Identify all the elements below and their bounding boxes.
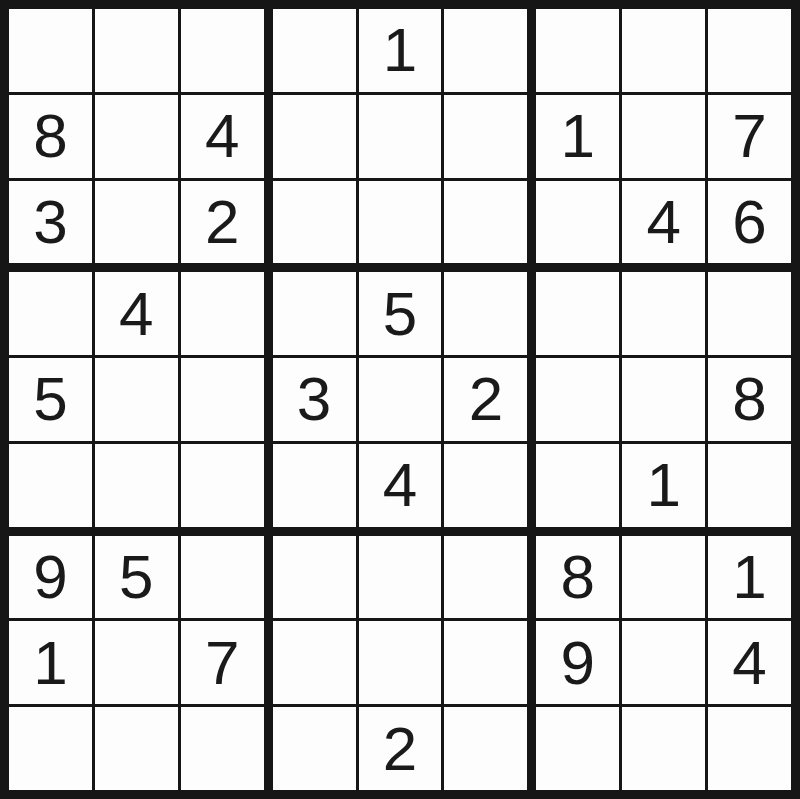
cell-r9c5[interactable]: 2 <box>359 707 442 790</box>
cell-r3c5[interactable] <box>359 181 442 264</box>
cell-r8c8[interactable] <box>622 621 705 704</box>
box-5: 5 3 2 4 <box>273 272 528 526</box>
cell-r4c2[interactable]: 4 <box>95 272 178 355</box>
cell-r3c6[interactable] <box>444 181 527 264</box>
cell-r6c8[interactable]: 1 <box>622 444 705 527</box>
cell-r7c5[interactable] <box>359 536 442 619</box>
cell-r7c7[interactable]: 8 <box>536 536 619 619</box>
cell-r2c9[interactable]: 7 <box>708 95 791 178</box>
cell-r5c5[interactable] <box>359 358 442 441</box>
cell-r5c4[interactable]: 3 <box>273 358 356 441</box>
cell-r7c8[interactable] <box>622 536 705 619</box>
cell-r2c8[interactable] <box>622 95 705 178</box>
sudoku-board: 8 4 3 2 1 1 7 4 6 4 5 <box>0 0 800 799</box>
cell-r2c4[interactable] <box>273 95 356 178</box>
cell-r3c1[interactable]: 3 <box>9 181 92 264</box>
cell-r4c6[interactable] <box>444 272 527 355</box>
cell-r5c1[interactable]: 5 <box>9 358 92 441</box>
cell-r4c3[interactable] <box>181 272 264 355</box>
cell-r7c1[interactable]: 9 <box>9 536 92 619</box>
cell-r6c9[interactable] <box>708 444 791 527</box>
cell-r8c7[interactable]: 9 <box>536 621 619 704</box>
cell-r6c4[interactable] <box>273 444 356 527</box>
cell-r5c8[interactable] <box>622 358 705 441</box>
cell-r5c3[interactable] <box>181 358 264 441</box>
cell-r7c2[interactable]: 5 <box>95 536 178 619</box>
cell-r3c9[interactable]: 6 <box>708 181 791 264</box>
cell-r2c5[interactable] <box>359 95 442 178</box>
cell-r5c6[interactable]: 2 <box>444 358 527 441</box>
cell-r2c2[interactable] <box>95 95 178 178</box>
cell-r3c2[interactable] <box>95 181 178 264</box>
cell-r1c9[interactable] <box>708 9 791 92</box>
cell-r1c5[interactable]: 1 <box>359 9 442 92</box>
cell-r1c6[interactable] <box>444 9 527 92</box>
cell-r9c7[interactable] <box>536 707 619 790</box>
box-6: 8 1 <box>536 272 791 526</box>
cell-r1c4[interactable] <box>273 9 356 92</box>
cell-r3c7[interactable] <box>536 181 619 264</box>
cell-r6c5[interactable]: 4 <box>359 444 442 527</box>
box-3: 1 7 4 6 <box>536 9 791 263</box>
cell-r8c5[interactable] <box>359 621 442 704</box>
cell-r9c8[interactable] <box>622 707 705 790</box>
cell-r7c9[interactable]: 1 <box>708 536 791 619</box>
cell-r9c1[interactable] <box>9 707 92 790</box>
cell-r1c1[interactable] <box>9 9 92 92</box>
cell-r3c3[interactable]: 2 <box>181 181 264 264</box>
cell-r6c7[interactable] <box>536 444 619 527</box>
cell-r6c6[interactable] <box>444 444 527 527</box>
cell-r4c4[interactable] <box>273 272 356 355</box>
cell-r4c9[interactable] <box>708 272 791 355</box>
cell-r7c3[interactable] <box>181 536 264 619</box>
cell-r5c9[interactable]: 8 <box>708 358 791 441</box>
cell-r8c4[interactable] <box>273 621 356 704</box>
cell-r2c7[interactable]: 1 <box>536 95 619 178</box>
cell-r4c7[interactable] <box>536 272 619 355</box>
cell-r6c1[interactable] <box>9 444 92 527</box>
cell-r6c2[interactable] <box>95 444 178 527</box>
cell-r4c1[interactable] <box>9 272 92 355</box>
cell-r3c8[interactable]: 4 <box>622 181 705 264</box>
cell-r2c1[interactable]: 8 <box>9 95 92 178</box>
box-2: 1 <box>273 9 528 263</box>
cell-r9c6[interactable] <box>444 707 527 790</box>
cell-r6c3[interactable] <box>181 444 264 527</box>
box-7: 9 5 1 7 <box>9 536 264 790</box>
cell-r9c4[interactable] <box>273 707 356 790</box>
cell-r5c7[interactable] <box>536 358 619 441</box>
cell-r8c9[interactable]: 4 <box>708 621 791 704</box>
cell-r3c4[interactable] <box>273 181 356 264</box>
cell-r4c8[interactable] <box>622 272 705 355</box>
cell-r7c4[interactable] <box>273 536 356 619</box>
cell-r1c7[interactable] <box>536 9 619 92</box>
cell-r9c2[interactable] <box>95 707 178 790</box>
cell-r8c1[interactable]: 1 <box>9 621 92 704</box>
cell-r9c9[interactable] <box>708 707 791 790</box>
cell-r8c3[interactable]: 7 <box>181 621 264 704</box>
cell-r8c6[interactable] <box>444 621 527 704</box>
box-9: 8 1 9 4 <box>536 536 791 790</box>
cell-r2c3[interactable]: 4 <box>181 95 264 178</box>
box-8: 2 <box>273 536 528 790</box>
cell-r2c6[interactable] <box>444 95 527 178</box>
cell-r7c6[interactable] <box>444 536 527 619</box>
box-4: 4 5 <box>9 272 264 526</box>
cell-r1c2[interactable] <box>95 9 178 92</box>
cell-r1c8[interactable] <box>622 9 705 92</box>
box-1: 8 4 3 2 <box>9 9 264 263</box>
cell-r5c2[interactable] <box>95 358 178 441</box>
cell-r9c3[interactable] <box>181 707 264 790</box>
cell-r4c5[interactable]: 5 <box>359 272 442 355</box>
cell-r8c2[interactable] <box>95 621 178 704</box>
cell-r1c3[interactable] <box>181 9 264 92</box>
